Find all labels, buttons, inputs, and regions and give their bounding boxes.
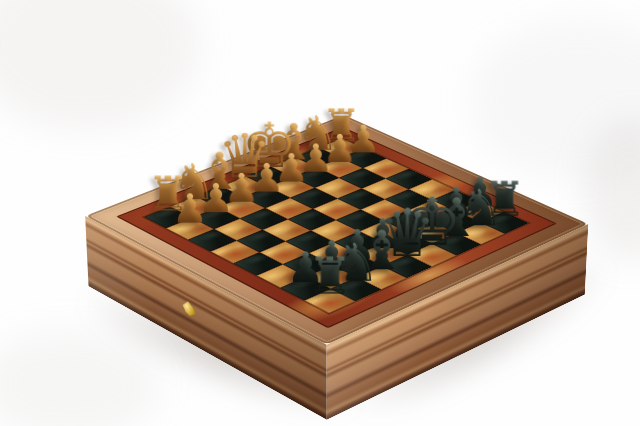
backdrop-tint: [470, 20, 640, 180]
brass-clasp-icon: [182, 298, 196, 319]
square-h3[interactable]: [363, 158, 409, 178]
backdrop-tint: [0, 0, 200, 130]
chess-case: ♜♞♝♛♚♝♞♜♟♟♟♟♟♟♟♟♟♟♟♟♟♟♟♟♜♞♝♛♚♝♞♜: [85, 115, 588, 345]
white-pawn-a2[interactable]: ♟: [170, 188, 210, 228]
backdrop-tint: [0, 330, 160, 426]
black-rook-a8[interactable]: ♜: [304, 250, 355, 301]
backdrop-tint: [585, 120, 640, 260]
photo-backdrop: Wood and onyx chess set in carved case, …: [0, 0, 640, 426]
